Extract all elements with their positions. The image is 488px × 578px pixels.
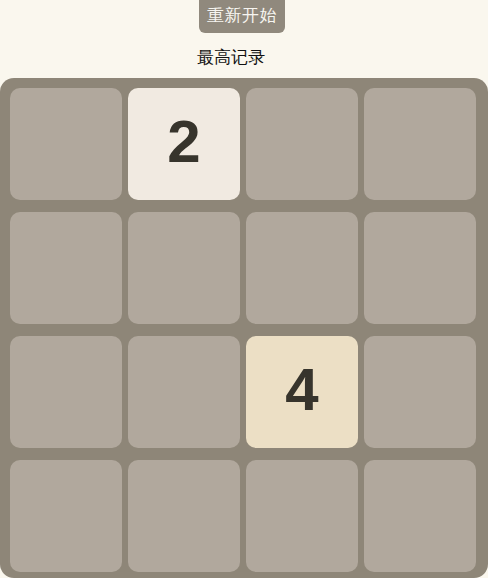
best-score-label: 最高记录 <box>197 47 265 68</box>
board-cell-r2c1 <box>128 336 240 448</box>
board-cell-r3c3 <box>364 460 476 572</box>
game-board: 2 4 <box>0 78 488 578</box>
board-grid: 2 4 <box>10 88 488 572</box>
tile-value: 4 <box>285 360 318 424</box>
tile-4: 4 <box>246 336 358 448</box>
board-cell-r2c3 <box>364 336 476 448</box>
board-cell-r2c0 <box>10 336 122 448</box>
board-cell-r1c3 <box>364 212 476 324</box>
board-cell-r0c0 <box>10 88 122 200</box>
restart-button[interactable]: 重新开始 <box>199 0 285 33</box>
board-cell-r0c3 <box>364 88 476 200</box>
tile-value: 2 <box>167 112 200 176</box>
board-cell-r3c0 <box>10 460 122 572</box>
page: 重新开始 最高记录 2 4 <box>0 0 488 578</box>
board-cell-r1c0 <box>10 212 122 324</box>
board-cell-r1c2 <box>246 212 358 324</box>
board-cell-r3c1 <box>128 460 240 572</box>
tile-2: 2 <box>128 88 240 200</box>
board-cell-r3c2 <box>246 460 358 572</box>
board-cell-r0c2 <box>246 88 358 200</box>
board-cell-r1c1 <box>128 212 240 324</box>
